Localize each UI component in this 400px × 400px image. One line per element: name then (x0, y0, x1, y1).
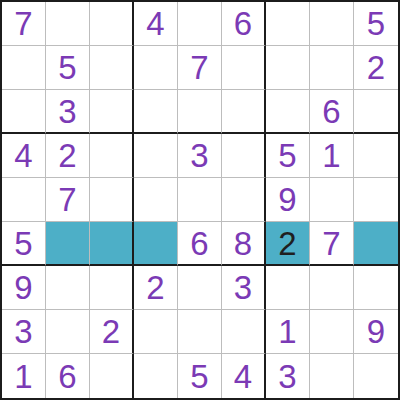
cell-r9c4[interactable] (134, 354, 178, 398)
cell-r3c9[interactable] (354, 90, 398, 134)
cell-r3c7[interactable] (266, 90, 310, 134)
cell-r1c3[interactable] (90, 2, 134, 46)
cell-r1c4[interactable]: 4 (134, 2, 178, 46)
cell-r8c9[interactable]: 9 (354, 310, 398, 354)
cell-r8c2[interactable] (46, 310, 90, 354)
cell-r1c9[interactable]: 5 (354, 2, 398, 46)
cell-r7c4[interactable]: 2 (134, 266, 178, 310)
cell-r9c3[interactable] (90, 354, 134, 398)
cell-r9c1[interactable]: 1 (2, 354, 46, 398)
cell-r8c3[interactable]: 2 (90, 310, 134, 354)
cell-r5c2[interactable]: 7 (46, 178, 90, 222)
cell-r8c7[interactable]: 1 (266, 310, 310, 354)
cell-r8c6[interactable] (222, 310, 266, 354)
cell-r6c2[interactable] (46, 222, 90, 266)
cell-r4c2[interactable]: 2 (46, 134, 90, 178)
cell-r2c3[interactable] (90, 46, 134, 90)
cell-r8c5[interactable] (178, 310, 222, 354)
cell-r7c2[interactable] (46, 266, 90, 310)
cell-r2c5[interactable]: 7 (178, 46, 222, 90)
cell-r7c3[interactable] (90, 266, 134, 310)
sudoku-board: 746557236423517956827923321916543 (0, 0, 400, 400)
cell-r9c2[interactable]: 6 (46, 354, 90, 398)
cell-r5c1[interactable] (2, 178, 46, 222)
cell-r6c3[interactable] (90, 222, 134, 266)
cell-r5c3[interactable] (90, 178, 134, 222)
cell-r9c6[interactable]: 4 (222, 354, 266, 398)
cell-r4c5[interactable]: 3 (178, 134, 222, 178)
cell-r3c1[interactable] (2, 90, 46, 134)
cell-r7c6[interactable]: 3 (222, 266, 266, 310)
cell-r4c7[interactable]: 5 (266, 134, 310, 178)
cell-r2c8[interactable] (310, 46, 354, 90)
cell-r6c7[interactable]: 2 (266, 222, 310, 266)
cell-r8c4[interactable] (134, 310, 178, 354)
cell-r4c6[interactable] (222, 134, 266, 178)
cell-r2c1[interactable] (2, 46, 46, 90)
cell-r4c9[interactable] (354, 134, 398, 178)
cell-r5c5[interactable] (178, 178, 222, 222)
cell-r2c2[interactable]: 5 (46, 46, 90, 90)
cell-r3c4[interactable] (134, 90, 178, 134)
cell-r9c8[interactable] (310, 354, 354, 398)
cell-r3c8[interactable]: 6 (310, 90, 354, 134)
cell-r7c1[interactable]: 9 (2, 266, 46, 310)
cell-r6c1[interactable]: 5 (2, 222, 46, 266)
cell-r5c6[interactable] (222, 178, 266, 222)
cell-r7c8[interactable] (310, 266, 354, 310)
cell-r7c7[interactable] (266, 266, 310, 310)
cell-r2c7[interactable] (266, 46, 310, 90)
cell-r1c6[interactable]: 6 (222, 2, 266, 46)
cell-r6c4[interactable] (134, 222, 178, 266)
cell-r9c7[interactable]: 3 (266, 354, 310, 398)
cell-r1c8[interactable] (310, 2, 354, 46)
cell-r1c5[interactable] (178, 2, 222, 46)
cell-r4c4[interactable] (134, 134, 178, 178)
cell-r3c6[interactable] (222, 90, 266, 134)
cell-r3c5[interactable] (178, 90, 222, 134)
cell-r8c1[interactable]: 3 (2, 310, 46, 354)
cell-r4c8[interactable]: 1 (310, 134, 354, 178)
cell-r2c9[interactable]: 2 (354, 46, 398, 90)
cell-r9c5[interactable]: 5 (178, 354, 222, 398)
cell-r3c3[interactable] (90, 90, 134, 134)
cell-r5c4[interactable] (134, 178, 178, 222)
cell-r1c2[interactable] (46, 2, 90, 46)
cell-r6c5[interactable]: 6 (178, 222, 222, 266)
cell-r4c3[interactable] (90, 134, 134, 178)
cell-r1c7[interactable] (266, 2, 310, 46)
cell-r6c6[interactable]: 8 (222, 222, 266, 266)
cell-r7c5[interactable] (178, 266, 222, 310)
cell-r3c2[interactable]: 3 (46, 90, 90, 134)
cell-r7c9[interactable] (354, 266, 398, 310)
cell-r5c8[interactable] (310, 178, 354, 222)
cell-r6c9[interactable] (354, 222, 398, 266)
cell-r1c1[interactable]: 7 (2, 2, 46, 46)
cell-r5c7[interactable]: 9 (266, 178, 310, 222)
cell-r4c1[interactable]: 4 (2, 134, 46, 178)
cell-r2c6[interactable] (222, 46, 266, 90)
cell-r9c9[interactable] (354, 354, 398, 398)
cell-r2c4[interactable] (134, 46, 178, 90)
cell-r5c9[interactable] (354, 178, 398, 222)
cell-r6c8[interactable]: 7 (310, 222, 354, 266)
cell-r8c8[interactable] (310, 310, 354, 354)
